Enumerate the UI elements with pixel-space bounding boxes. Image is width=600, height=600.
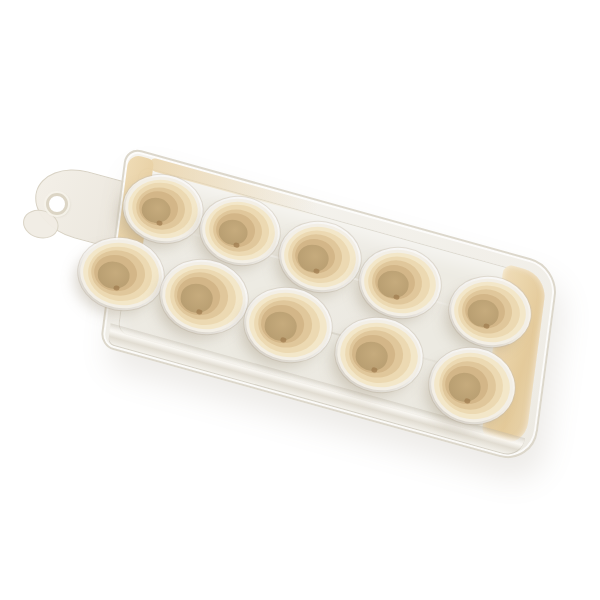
cup-release-nub [233,242,240,248]
product-photo-scene [0,0,600,600]
cup-release-nub [313,268,320,274]
cup-release-nub [393,294,400,300]
cup-release-nub [483,323,490,329]
cup-release-nub [156,220,163,226]
hanging-hole [46,193,68,215]
